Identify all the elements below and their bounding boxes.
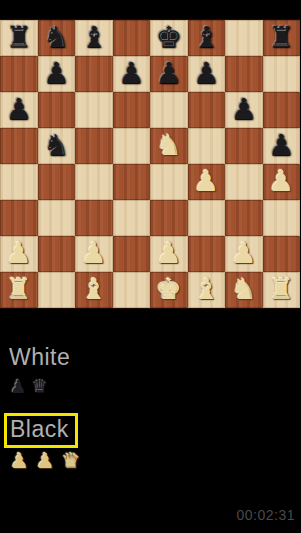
- white-king-e1: ♚: [156, 275, 182, 304]
- square-f2[interactable]: [188, 236, 226, 272]
- square-a8[interactable]: ♜: [0, 20, 38, 56]
- square-d8[interactable]: [113, 20, 151, 56]
- square-b7[interactable]: ♟: [38, 56, 76, 92]
- game-clock: 00:02:31: [237, 507, 296, 523]
- black-pawn-d7: ♟: [118, 59, 144, 88]
- square-d5[interactable]: [113, 128, 151, 164]
- square-e6[interactable]: [150, 92, 188, 128]
- black-rook-h8: ♜: [268, 23, 294, 52]
- captured-by-black-tray: ♟♟♛: [10, 451, 80, 472]
- square-c8[interactable]: ♝: [75, 20, 113, 56]
- white-bishop-c1: ♝: [81, 275, 107, 304]
- square-b1[interactable]: [38, 272, 76, 308]
- square-e5[interactable]: ♞: [150, 128, 188, 164]
- white-player-label: White: [9, 344, 70, 371]
- white-pawn-e2: ♟: [156, 239, 182, 268]
- square-d7[interactable]: ♟: [113, 56, 151, 92]
- white-pawn-c2: ♟: [81, 239, 107, 268]
- white-bishop-f1: ♝: [193, 275, 219, 304]
- square-c2[interactable]: ♟: [75, 236, 113, 272]
- black-bishop-f8: ♝: [193, 23, 219, 52]
- square-h8[interactable]: ♜: [263, 20, 301, 56]
- square-d2[interactable]: [113, 236, 151, 272]
- square-f5[interactable]: [188, 128, 226, 164]
- square-a4[interactable]: [0, 164, 38, 200]
- square-g3[interactable]: [225, 200, 263, 236]
- captured-black-pawn-icon: ♟: [10, 378, 26, 396]
- black-knight-b8: ♞: [43, 23, 69, 52]
- white-pawn-a2: ♟: [6, 239, 32, 268]
- square-a5[interactable]: [0, 128, 38, 164]
- square-b2[interactable]: [38, 236, 76, 272]
- square-h4[interactable]: ♟: [263, 164, 301, 200]
- square-a3[interactable]: [0, 200, 38, 236]
- black-pawn-f7: ♟: [193, 59, 219, 88]
- white-pawn-g2: ♟: [231, 239, 257, 268]
- square-a2[interactable]: ♟: [0, 236, 38, 272]
- square-e8[interactable]: ♚: [150, 20, 188, 56]
- square-b3[interactable]: [38, 200, 76, 236]
- square-h6[interactable]: [263, 92, 301, 128]
- square-e3[interactable]: [150, 200, 188, 236]
- black-pawn-g6: ♟: [231, 95, 257, 124]
- square-g1[interactable]: ♞: [225, 272, 263, 308]
- black-bishop-c8: ♝: [81, 23, 107, 52]
- white-knight-g1: ♞: [231, 275, 257, 304]
- square-d6[interactable]: [113, 92, 151, 128]
- square-g4[interactable]: [225, 164, 263, 200]
- square-f4[interactable]: ♟: [188, 164, 226, 200]
- black-pawn-h5: ♟: [268, 131, 294, 160]
- square-e4[interactable]: [150, 164, 188, 200]
- square-b8[interactable]: ♞: [38, 20, 76, 56]
- square-f7[interactable]: ♟: [188, 56, 226, 92]
- chess-board: ♜♞♝♚♝♜♟♟♟♟♟♟♞♞♟♟♟♟♟♟♟♜♝♚♝♞♜: [0, 20, 300, 308]
- square-a6[interactable]: ♟: [0, 92, 38, 128]
- black-pawn-a6: ♟: [6, 95, 32, 124]
- black-pawn-b7: ♟: [43, 59, 69, 88]
- captured-white-pawn-icon: ♟: [10, 451, 29, 472]
- square-d3[interactable]: [113, 200, 151, 236]
- square-f1[interactable]: ♝: [188, 272, 226, 308]
- square-f3[interactable]: [188, 200, 226, 236]
- captured-white-queen-icon: ♛: [62, 451, 81, 472]
- white-knight-e5: ♞: [156, 131, 182, 160]
- black-king-e8: ♚: [156, 23, 182, 52]
- square-h2[interactable]: [263, 236, 301, 272]
- white-pawn-h4: ♟: [268, 167, 294, 196]
- square-e7[interactable]: ♟: [150, 56, 188, 92]
- white-rook-a1: ♜: [6, 275, 32, 304]
- square-g2[interactable]: ♟: [225, 236, 263, 272]
- square-e2[interactable]: ♟: [150, 236, 188, 272]
- black-rook-a8: ♜: [6, 23, 32, 52]
- square-b4[interactable]: [38, 164, 76, 200]
- white-rook-h1: ♜: [268, 275, 294, 304]
- square-c6[interactable]: [75, 92, 113, 128]
- white-pawn-f4: ♟: [193, 167, 219, 196]
- square-e1[interactable]: ♚: [150, 272, 188, 308]
- black-player-box: Black: [4, 413, 78, 448]
- black-knight-b5: ♞: [43, 131, 69, 160]
- square-f8[interactable]: ♝: [188, 20, 226, 56]
- square-h1[interactable]: ♜: [263, 272, 301, 308]
- square-g7[interactable]: [225, 56, 263, 92]
- square-h7[interactable]: [263, 56, 301, 92]
- square-h5[interactable]: ♟: [263, 128, 301, 164]
- captured-by-white-tray: ♟♛: [10, 378, 48, 396]
- square-g8[interactable]: [225, 20, 263, 56]
- captured-black-queen-icon: ♛: [32, 378, 48, 396]
- black-pawn-e7: ♟: [156, 59, 182, 88]
- square-g5[interactable]: [225, 128, 263, 164]
- square-b5[interactable]: ♞: [38, 128, 76, 164]
- square-c5[interactable]: [75, 128, 113, 164]
- square-d4[interactable]: [113, 164, 151, 200]
- square-h3[interactable]: [263, 200, 301, 236]
- captured-white-pawn-icon: ♟: [36, 451, 55, 472]
- square-c3[interactable]: [75, 200, 113, 236]
- square-g6[interactable]: ♟: [225, 92, 263, 128]
- square-a7[interactable]: [0, 56, 38, 92]
- square-d1[interactable]: [113, 272, 151, 308]
- square-f6[interactable]: [188, 92, 226, 128]
- app-screen: ♜♞♝♚♝♜♟♟♟♟♟♟♞♞♟♟♟♟♟♟♟♜♝♚♝♞♜ White ♟♛ Bla…: [0, 0, 300, 533]
- black-player-label: Black: [10, 416, 69, 442]
- square-c7[interactable]: [75, 56, 113, 92]
- square-b6[interactable]: [38, 92, 76, 128]
- square-c1[interactable]: ♝: [75, 272, 113, 308]
- square-a1[interactable]: ♜: [0, 272, 38, 308]
- square-c4[interactable]: [75, 164, 113, 200]
